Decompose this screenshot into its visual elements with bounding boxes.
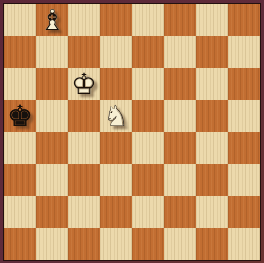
square-d3[interactable] <box>100 164 132 196</box>
square-a6[interactable] <box>4 68 36 100</box>
square-e3[interactable] <box>132 164 164 196</box>
square-c5[interactable] <box>68 100 100 132</box>
square-d6[interactable] <box>100 68 132 100</box>
square-g1[interactable] <box>196 228 228 260</box>
square-f4[interactable] <box>164 132 196 164</box>
square-a8[interactable] <box>4 4 36 36</box>
piece-white-bishop[interactable]: ♝♗ <box>36 4 68 36</box>
square-a1[interactable] <box>4 228 36 260</box>
square-h5[interactable] <box>228 100 260 132</box>
square-h2[interactable] <box>228 196 260 228</box>
square-e5[interactable] <box>132 100 164 132</box>
square-c7[interactable] <box>68 36 100 68</box>
square-b1[interactable] <box>36 228 68 260</box>
square-e8[interactable] <box>132 4 164 36</box>
square-a3[interactable] <box>4 164 36 196</box>
square-f3[interactable] <box>164 164 196 196</box>
square-c4[interactable] <box>68 132 100 164</box>
square-a4[interactable] <box>4 132 36 164</box>
square-e7[interactable] <box>132 36 164 68</box>
square-h8[interactable] <box>228 4 260 36</box>
square-f7[interactable] <box>164 36 196 68</box>
square-c1[interactable] <box>68 228 100 260</box>
square-h6[interactable] <box>228 68 260 100</box>
square-f8[interactable] <box>164 4 196 36</box>
square-c3[interactable] <box>68 164 100 196</box>
piece-black-king[interactable]: ♚♚ <box>4 100 36 132</box>
square-c2[interactable] <box>68 196 100 228</box>
square-g8[interactable] <box>196 4 228 36</box>
square-d7[interactable] <box>100 36 132 68</box>
square-b7[interactable] <box>36 36 68 68</box>
square-b2[interactable] <box>36 196 68 228</box>
square-c8[interactable] <box>68 4 100 36</box>
square-f1[interactable] <box>164 228 196 260</box>
square-g4[interactable] <box>196 132 228 164</box>
square-g3[interactable] <box>196 164 228 196</box>
chess-board: ♝♗♚♔♚♚♞♘ <box>4 4 260 260</box>
piece-white-knight[interactable]: ♞♘ <box>100 100 132 132</box>
square-h1[interactable] <box>228 228 260 260</box>
square-e1[interactable] <box>132 228 164 260</box>
black-king-outline-glyph: ♚ <box>4 100 36 132</box>
chess-board-frame: ♝♗♚♔♚♚♞♘ <box>0 0 264 263</box>
white-knight-outline-glyph: ♘ <box>100 100 132 132</box>
square-a7[interactable] <box>4 36 36 68</box>
square-e2[interactable] <box>132 196 164 228</box>
square-d2[interactable] <box>100 196 132 228</box>
square-f2[interactable] <box>164 196 196 228</box>
white-bishop-outline-glyph: ♗ <box>36 4 68 36</box>
square-d8[interactable] <box>100 4 132 36</box>
square-g2[interactable] <box>196 196 228 228</box>
square-h4[interactable] <box>228 132 260 164</box>
square-f6[interactable] <box>164 68 196 100</box>
square-h3[interactable] <box>228 164 260 196</box>
square-f5[interactable] <box>164 100 196 132</box>
piece-white-king[interactable]: ♚♔ <box>68 68 100 100</box>
square-b4[interactable] <box>36 132 68 164</box>
square-h7[interactable] <box>228 36 260 68</box>
square-e6[interactable] <box>132 68 164 100</box>
square-d1[interactable] <box>100 228 132 260</box>
square-d4[interactable] <box>100 132 132 164</box>
square-b6[interactable] <box>36 68 68 100</box>
square-a2[interactable] <box>4 196 36 228</box>
square-e4[interactable] <box>132 132 164 164</box>
white-king-outline-glyph: ♔ <box>68 68 100 100</box>
square-b3[interactable] <box>36 164 68 196</box>
square-b5[interactable] <box>36 100 68 132</box>
square-g6[interactable] <box>196 68 228 100</box>
square-g5[interactable] <box>196 100 228 132</box>
square-g7[interactable] <box>196 36 228 68</box>
